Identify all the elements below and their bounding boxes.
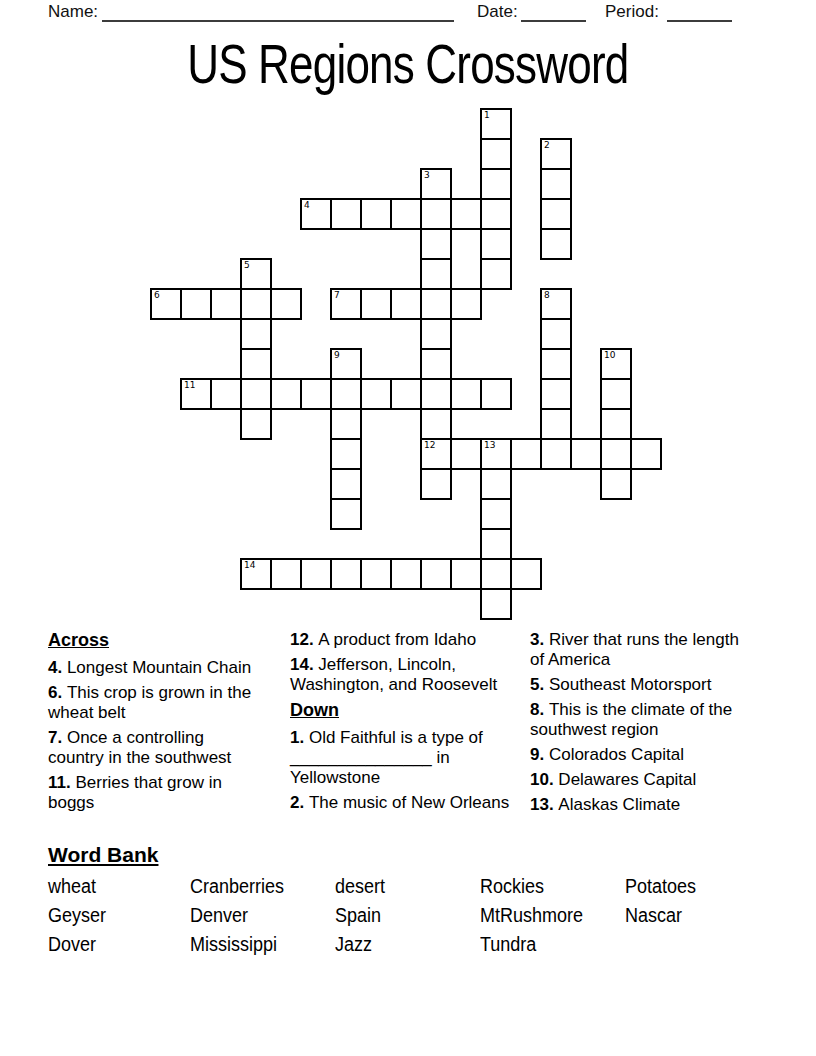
clue-text: Once a controlling country in the southw…: [48, 728, 231, 767]
grid-cell[interactable]: [540, 228, 572, 260]
grid-cell[interactable]: [600, 378, 632, 410]
grid-cell[interactable]: 4: [300, 198, 332, 230]
grid-cell[interactable]: [540, 408, 572, 440]
word-bank-item: Rockies: [480, 874, 544, 898]
word-bank-item: desert: [335, 874, 385, 898]
clue-11: 11. Berries that grow in boggs: [48, 773, 262, 813]
grid-cell[interactable]: [330, 498, 362, 530]
grid-cell[interactable]: [360, 378, 392, 410]
title-row: US Regions Crossword: [0, 32, 816, 96]
clue-text: Southeast Motorsport: [544, 675, 711, 694]
grid-cell[interactable]: [450, 288, 482, 320]
period-label: Period:: [605, 2, 659, 22]
cell-number: 13: [484, 440, 495, 451]
word-bank-item: Mississippi: [190, 932, 277, 956]
word-bank-item: Jazz: [335, 932, 372, 956]
grid-cell[interactable]: [180, 288, 212, 320]
grid-cell[interactable]: [300, 378, 332, 410]
grid-cell[interactable]: [450, 558, 482, 590]
clue-number: 14.: [290, 655, 314, 674]
word-bank-item: Cranberries: [190, 874, 284, 898]
grid-cell[interactable]: 14: [240, 558, 272, 590]
page-title: US Regions Crossword: [187, 32, 628, 96]
grid-cell[interactable]: [480, 228, 512, 260]
name-blank-line: [102, 4, 454, 22]
grid-cell[interactable]: [540, 348, 572, 380]
clue-number: 8.: [530, 700, 544, 719]
clue-column-3: 3. River that runs the length of America…: [530, 630, 748, 820]
clue-text: This crop is grown in the wheat belt: [48, 683, 251, 722]
grid-cell[interactable]: [600, 468, 632, 500]
cell-number: 12: [424, 440, 435, 451]
cell-number: 14: [244, 560, 255, 571]
period-blank-line: [667, 4, 732, 22]
clue-number: 12.: [290, 630, 314, 649]
grid-cell[interactable]: [600, 408, 632, 440]
grid-cell[interactable]: [420, 228, 452, 260]
clue-6: 6. This crop is grown in the wheat belt: [48, 683, 262, 723]
grid-cell[interactable]: 5: [240, 258, 272, 290]
date-blank-line: [521, 4, 586, 22]
word-bank-item: Geyser: [48, 903, 106, 927]
word-bank-item: Denver: [190, 903, 248, 927]
grid-cell[interactable]: [480, 528, 512, 560]
word-bank-item: Nascar: [625, 903, 682, 927]
grid-cell[interactable]: [570, 438, 602, 470]
grid-cell[interactable]: [540, 198, 572, 230]
date-label: Date:: [477, 2, 518, 22]
down-clues-list-continued: 3. River that runs the length of America…: [530, 630, 748, 815]
clue-number: 7.: [48, 728, 62, 747]
across-heading: Across: [48, 630, 262, 651]
grid-cell[interactable]: [270, 288, 302, 320]
down-heading: Down: [290, 700, 526, 721]
grid-cell[interactable]: [540, 318, 572, 350]
clue-number: 2.: [290, 793, 304, 812]
down-clues-list: 1. Old Faithful is a type of ___________…: [290, 728, 526, 813]
grid-cell[interactable]: [420, 348, 452, 380]
clue-9: 9. Colorados Capital: [530, 745, 748, 765]
across-clues-list-continued: 12. A product from Idaho14. Jefferson, L…: [290, 630, 526, 695]
word-bank-item: MtRushmore: [480, 903, 583, 927]
clue-column-2: 12. A product from Idaho14. Jefferson, L…: [290, 630, 526, 818]
cell-number: 10: [604, 350, 615, 361]
cell-number: 3: [424, 170, 430, 181]
clue-2: 2. The music of New Orleans: [290, 793, 526, 813]
clue-number: 3.: [530, 630, 544, 649]
word-bank-item: Tundra: [480, 932, 536, 956]
cell-number: 7: [334, 290, 340, 301]
grid-cell[interactable]: [540, 168, 572, 200]
cell-number: 9: [334, 350, 340, 361]
grid-cell[interactable]: [360, 558, 392, 590]
grid-cell[interactable]: 3: [420, 168, 452, 200]
clue-text: Longest Mountain Chain: [62, 658, 251, 677]
grid-cell[interactable]: [480, 468, 512, 500]
cell-number: 1: [484, 110, 490, 121]
grid-cell[interactable]: [480, 168, 512, 200]
grid-cell[interactable]: [330, 408, 362, 440]
grid-cell[interactable]: [330, 468, 362, 500]
grid-cell[interactable]: [270, 558, 302, 590]
grid-cell[interactable]: [480, 198, 512, 230]
grid-cell[interactable]: [270, 378, 302, 410]
grid-cell[interactable]: [240, 408, 272, 440]
name-label: Name:: [48, 2, 98, 22]
clue-12: 12. A product from Idaho: [290, 630, 526, 650]
grid-cell[interactable]: [480, 588, 512, 620]
grid-cell[interactable]: [420, 378, 452, 410]
cell-number: 6: [154, 290, 160, 301]
grid-cell[interactable]: [360, 198, 392, 230]
cell-number: 2: [544, 140, 550, 151]
grid-cell[interactable]: 6: [150, 288, 182, 320]
grid-cell[interactable]: [240, 318, 272, 350]
grid-cell[interactable]: [420, 318, 452, 350]
grid-cell[interactable]: [510, 438, 542, 470]
grid-cell[interactable]: 1: [480, 108, 512, 140]
worksheet-page: Name: Date: Period: US Regions Crossword…: [0, 0, 816, 1056]
grid-cell[interactable]: [420, 198, 452, 230]
grid-cell[interactable]: 9: [330, 348, 362, 380]
grid-cell[interactable]: 10: [600, 348, 632, 380]
clue-number: 1.: [290, 728, 304, 747]
clue-number: 4.: [48, 658, 62, 677]
grid-cell[interactable]: [540, 438, 572, 470]
cell-number: 5: [244, 260, 250, 271]
grid-cell[interactable]: [480, 498, 512, 530]
grid-cell[interactable]: [210, 288, 242, 320]
clue-text: Jefferson, Lincoln, Washington, and Roos…: [290, 655, 497, 694]
clue-number: 11.: [48, 773, 71, 792]
clue-text: Alaskas Climate: [554, 795, 681, 814]
word-bank-item: wheat: [48, 874, 96, 898]
grid-cell[interactable]: [420, 288, 452, 320]
grid-cell[interactable]: 2: [540, 138, 572, 170]
grid-cell[interactable]: [390, 288, 422, 320]
cell-number: 8: [544, 290, 550, 301]
clue-text: Old Faithful is a type of ______________…: [290, 728, 483, 787]
grid-cell[interactable]: [630, 438, 662, 470]
word-bank-item: Spain: [335, 903, 381, 927]
clue-10: 10. Delawares Capital: [530, 770, 748, 790]
grid-cell[interactable]: [390, 378, 422, 410]
grid-cell[interactable]: [420, 558, 452, 590]
grid-cell[interactable]: [390, 198, 422, 230]
grid-cell[interactable]: [330, 198, 362, 230]
word-bank-heading: Word Bank: [48, 843, 778, 867]
grid-cell[interactable]: [480, 558, 512, 590]
grid-cell[interactable]: [480, 378, 512, 410]
grid-cell[interactable]: 12: [420, 438, 452, 470]
clue-number: 13.: [530, 795, 554, 814]
grid-cell[interactable]: [450, 198, 482, 230]
clue-text: A product from Idaho: [314, 630, 477, 649]
grid-cell[interactable]: [210, 378, 242, 410]
clue-5: 5. Southeast Motorsport: [530, 675, 748, 695]
grid-cell[interactable]: 13: [480, 438, 512, 470]
clue-14: 14. Jefferson, Lincoln, Washington, and …: [290, 655, 526, 695]
grid-cell[interactable]: [480, 138, 512, 170]
clue-text: This is the climate of the southwest reg…: [530, 700, 732, 739]
grid-cell[interactable]: [390, 558, 422, 590]
grid-cell[interactable]: [240, 378, 272, 410]
word-bank-item: Potatoes: [625, 874, 696, 898]
grid-cell[interactable]: [450, 378, 482, 410]
clue-text: River that runs the length of America: [530, 630, 739, 669]
cell-number: 11: [184, 380, 195, 391]
grid-cell[interactable]: [420, 408, 452, 440]
clue-3: 3. River that runs the length of America: [530, 630, 748, 670]
clue-1: 1. Old Faithful is a type of ___________…: [290, 728, 526, 788]
grid-cell[interactable]: [540, 378, 572, 410]
grid-cell[interactable]: [330, 558, 362, 590]
grid-cell[interactable]: [450, 438, 482, 470]
grid-cell[interactable]: [420, 258, 452, 290]
clue-number: 5.: [530, 675, 544, 694]
clue-text: Delawares Capital: [554, 770, 697, 789]
clue-4: 4. Longest Mountain Chain: [48, 658, 262, 678]
grid-cell[interactable]: 11: [180, 378, 212, 410]
cell-number: 4: [304, 200, 310, 211]
clue-number: 9.: [530, 745, 544, 764]
grid-cell[interactable]: [600, 438, 632, 470]
grid-cell[interactable]: [330, 438, 362, 470]
clue-number: 6.: [48, 683, 62, 702]
grid-cell[interactable]: [240, 288, 272, 320]
grid-cell[interactable]: [240, 348, 272, 380]
clue-number: 10.: [530, 770, 554, 789]
grid-cell[interactable]: [420, 468, 452, 500]
clue-text: Colorados Capital: [544, 745, 684, 764]
grid-cell[interactable]: [300, 558, 332, 590]
clue-text: The music of New Orleans: [304, 793, 509, 812]
clue-text: Berries that grow in boggs: [48, 773, 222, 812]
word-bank-item: Dover: [48, 932, 96, 956]
word-bank-grid: wheatCranberriesdesertRockiesPotatoesGey…: [48, 874, 778, 969]
clue-13: 13. Alaskas Climate: [530, 795, 748, 815]
grid-cell[interactable]: 7: [330, 288, 362, 320]
grid-cell[interactable]: [360, 288, 392, 320]
across-clues-list: 4. Longest Mountain Chain6. This crop is…: [48, 658, 262, 813]
grid-cell[interactable]: [480, 258, 512, 290]
clue-8: 8. This is the climate of the southwest …: [530, 700, 748, 740]
word-bank-section: Word Bank wheatCranberriesdesertRockiesP…: [48, 843, 778, 973]
crossword-grid: 1234567891011121314: [150, 108, 664, 622]
grid-cell[interactable]: [330, 378, 362, 410]
grid-cell[interactable]: [510, 558, 542, 590]
clue-7: 7. Once a controlling country in the sou…: [48, 728, 262, 768]
grid-cell[interactable]: 8: [540, 288, 572, 320]
clue-column-1: Across 4. Longest Mountain Chain6. This …: [48, 630, 262, 818]
